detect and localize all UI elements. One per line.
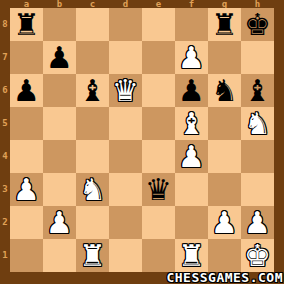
square-f2[interactable] xyxy=(175,206,208,239)
white-pawn-icon: ♟ xyxy=(13,173,40,206)
square-c5[interactable] xyxy=(76,107,109,140)
white-pawn-icon: ♟ xyxy=(46,206,73,239)
square-c8[interactable] xyxy=(76,8,109,41)
file-label-d: d xyxy=(109,0,142,8)
black-pawn-icon: ♟ xyxy=(178,74,205,107)
square-c3[interactable]: ♞ xyxy=(76,173,109,206)
square-h7[interactable] xyxy=(241,41,274,74)
square-b5[interactable] xyxy=(43,107,76,140)
chessgames-branding: CHESSGAMES.COM xyxy=(166,272,283,284)
white-bishop-icon: ♝ xyxy=(178,107,205,140)
square-h1[interactable]: ♚ xyxy=(241,239,274,272)
square-c4[interactable] xyxy=(76,140,109,173)
black-pawn-icon: ♟ xyxy=(13,74,40,107)
square-b4[interactable] xyxy=(43,140,76,173)
square-a4[interactable] xyxy=(10,140,43,173)
square-f3[interactable] xyxy=(175,173,208,206)
white-knight-icon: ♞ xyxy=(244,107,271,140)
square-d2[interactable] xyxy=(109,206,142,239)
square-b6[interactable] xyxy=(43,74,76,107)
square-a1[interactable] xyxy=(10,239,43,272)
chess-diagram-frame: abcdefgh 87654321 ♜♜♚♟♟♟♝♛♟♞♝♝♞♟♟♞♛♟♟♟♜♜… xyxy=(0,0,284,284)
white-rook-icon: ♜ xyxy=(178,239,205,272)
rank-label-7: 7 xyxy=(0,41,10,74)
square-e3[interactable]: ♛ xyxy=(142,173,175,206)
square-e6[interactable] xyxy=(142,74,175,107)
square-f1[interactable]: ♜ xyxy=(175,239,208,272)
square-h5[interactable]: ♞ xyxy=(241,107,274,140)
square-d6[interactable]: ♛ xyxy=(109,74,142,107)
file-label-f: f xyxy=(175,0,208,8)
black-queen-icon: ♛ xyxy=(145,173,172,206)
square-a3[interactable]: ♟ xyxy=(10,173,43,206)
square-f5[interactable]: ♝ xyxy=(175,107,208,140)
square-a6[interactable]: ♟ xyxy=(10,74,43,107)
white-knight-icon: ♞ xyxy=(79,173,106,206)
square-e5[interactable] xyxy=(142,107,175,140)
square-b7[interactable]: ♟ xyxy=(43,41,76,74)
white-pawn-icon: ♟ xyxy=(178,140,205,173)
square-f7[interactable]: ♟ xyxy=(175,41,208,74)
square-c7[interactable] xyxy=(76,41,109,74)
square-e7[interactable] xyxy=(142,41,175,74)
square-a8[interactable]: ♜ xyxy=(10,8,43,41)
rank-labels: 87654321 xyxy=(0,8,10,272)
rank-label-1: 1 xyxy=(0,239,10,272)
square-f6[interactable]: ♟ xyxy=(175,74,208,107)
black-king-icon: ♚ xyxy=(244,8,271,41)
black-rook-icon: ♜ xyxy=(211,8,238,41)
file-label-c: c xyxy=(76,0,109,8)
white-pawn-icon: ♟ xyxy=(178,41,205,74)
square-b8[interactable] xyxy=(43,8,76,41)
square-e4[interactable] xyxy=(142,140,175,173)
square-g2[interactable]: ♟ xyxy=(208,206,241,239)
square-d4[interactable] xyxy=(109,140,142,173)
square-g4[interactable] xyxy=(208,140,241,173)
square-h2[interactable]: ♟ xyxy=(241,206,274,239)
rank-label-6: 6 xyxy=(0,74,10,107)
white-pawn-icon: ♟ xyxy=(244,206,271,239)
square-c2[interactable] xyxy=(76,206,109,239)
square-d7[interactable] xyxy=(109,41,142,74)
black-pawn-icon: ♟ xyxy=(46,41,73,74)
black-knight-icon: ♞ xyxy=(211,74,238,107)
square-f4[interactable]: ♟ xyxy=(175,140,208,173)
square-g3[interactable] xyxy=(208,173,241,206)
square-d8[interactable] xyxy=(109,8,142,41)
square-h4[interactable] xyxy=(241,140,274,173)
white-pawn-icon: ♟ xyxy=(211,206,238,239)
square-b2[interactable]: ♟ xyxy=(43,206,76,239)
square-a5[interactable] xyxy=(10,107,43,140)
square-h3[interactable] xyxy=(241,173,274,206)
square-e2[interactable] xyxy=(142,206,175,239)
square-g1[interactable] xyxy=(208,239,241,272)
white-queen-icon: ♛ xyxy=(112,74,139,107)
square-e8[interactable] xyxy=(142,8,175,41)
white-rook-icon: ♜ xyxy=(79,239,106,272)
square-f8[interactable] xyxy=(175,8,208,41)
file-label-e: e xyxy=(142,0,175,8)
square-a2[interactable] xyxy=(10,206,43,239)
file-label-b: b xyxy=(43,0,76,8)
rank-label-3: 3 xyxy=(0,173,10,206)
square-c1[interactable]: ♜ xyxy=(76,239,109,272)
square-d5[interactable] xyxy=(109,107,142,140)
square-e1[interactable] xyxy=(142,239,175,272)
rank-label-5: 5 xyxy=(0,107,10,140)
square-h6[interactable]: ♝ xyxy=(241,74,274,107)
black-bishop-icon: ♝ xyxy=(244,74,271,107)
square-d3[interactable] xyxy=(109,173,142,206)
square-a7[interactable] xyxy=(10,41,43,74)
square-b3[interactable] xyxy=(43,173,76,206)
square-g6[interactable]: ♞ xyxy=(208,74,241,107)
square-g8[interactable]: ♜ xyxy=(208,8,241,41)
chess-board: ♜♜♚♟♟♟♝♛♟♞♝♝♞♟♟♞♛♟♟♟♜♜♚ xyxy=(10,8,274,272)
black-rook-icon: ♜ xyxy=(13,8,40,41)
rank-label-2: 2 xyxy=(0,206,10,239)
black-bishop-icon: ♝ xyxy=(79,74,106,107)
white-king-icon: ♚ xyxy=(244,239,271,272)
rank-label-8: 8 xyxy=(0,8,10,41)
square-g5[interactable] xyxy=(208,107,241,140)
square-h8[interactable]: ♚ xyxy=(241,8,274,41)
rank-label-4: 4 xyxy=(0,140,10,173)
square-g7[interactable] xyxy=(208,41,241,74)
square-c6[interactable]: ♝ xyxy=(76,74,109,107)
square-b1[interactable] xyxy=(43,239,76,272)
square-d1[interactable] xyxy=(109,239,142,272)
